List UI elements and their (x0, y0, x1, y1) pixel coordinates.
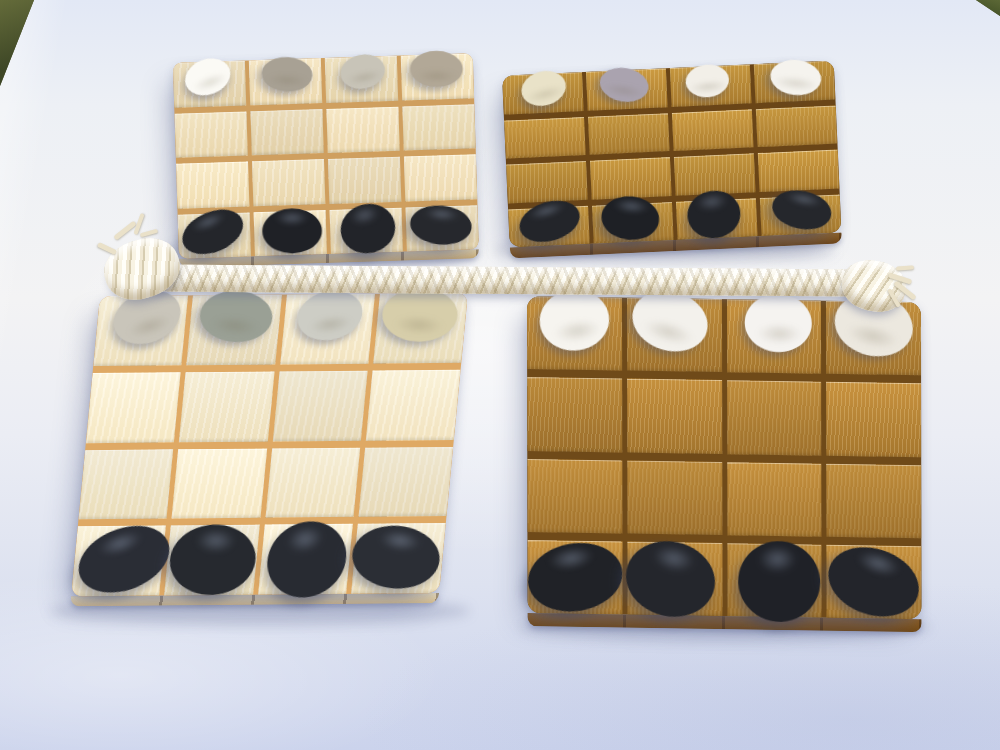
stone-sheen (527, 199, 567, 222)
stone-sheen (268, 73, 308, 88)
rope-fray (97, 242, 117, 255)
stone-sheen (845, 319, 902, 353)
stone-sheen (346, 68, 382, 87)
stone-sheen (785, 189, 823, 209)
stone-black[interactable]: ● (333, 502, 462, 600)
stone-white[interactable]: ● (811, 266, 941, 371)
grass-corner-right (970, 0, 1000, 18)
cell-r1c1[interactable] (179, 371, 274, 442)
stone-sheen (190, 209, 226, 235)
grass-corner-left (0, 0, 40, 86)
cell-r1c2[interactable] (727, 380, 822, 455)
stone-black[interactable]: ● (664, 172, 762, 247)
board-bottom-left: ●●●●●●●● (70, 293, 468, 606)
stone-sheen (855, 546, 903, 581)
stone-sheen (425, 206, 459, 222)
stone-sheen (195, 528, 237, 554)
stone-sheen (417, 69, 457, 82)
stone-sheen (548, 543, 596, 573)
stone-white[interactable]: ● (244, 46, 331, 96)
cell-r1c3[interactable] (756, 105, 838, 147)
cell-r1c0[interactable] (527, 377, 622, 452)
stone-white[interactable]: ● (179, 271, 296, 350)
cell-r1c1[interactable] (627, 379, 722, 454)
rope-fray (140, 229, 158, 238)
stone-white[interactable]: ● (361, 270, 480, 348)
stone-sheen (552, 316, 602, 345)
stone-black[interactable]: ● (606, 511, 738, 631)
cell-r1c1[interactable] (588, 113, 670, 155)
stone-sheen (126, 310, 173, 341)
stone-sheen (309, 312, 352, 336)
board-bottom-right: ●●●●●●●● (527, 296, 922, 632)
stone-black[interactable]: ● (394, 191, 489, 250)
cell-r1c0[interactable] (174, 111, 247, 158)
stone-sheen (276, 210, 308, 226)
stone-sheen (525, 83, 567, 105)
rope-fray (896, 265, 914, 271)
stone-sheen (689, 79, 728, 95)
cell-r1c3[interactable] (366, 370, 461, 441)
cell-r1c0[interactable] (504, 116, 586, 158)
rope-fray (113, 221, 137, 241)
stone-sheen (210, 313, 261, 338)
cell-r1c3[interactable] (826, 382, 921, 457)
cell-r1c0[interactable] (86, 372, 181, 443)
stone-sheen (773, 74, 819, 92)
stone-white[interactable]: ● (392, 42, 480, 90)
stone-sheen (348, 204, 380, 227)
stone-sheen (758, 545, 798, 574)
stone-sheen (651, 542, 697, 575)
stone-sheen (756, 323, 801, 345)
cell-r1c2[interactable] (272, 370, 367, 441)
stone-sheen (286, 523, 324, 555)
stone-sheen (613, 197, 649, 215)
cell-r1c2[interactable] (326, 106, 399, 153)
stone-white[interactable]: ● (664, 52, 751, 102)
rope-fray (133, 213, 144, 235)
cell-r1c2[interactable] (672, 109, 754, 151)
stone-sheen (192, 70, 230, 95)
cell-r1c1[interactable] (250, 109, 323, 156)
stone-sheen (393, 313, 445, 336)
stone-sheen (640, 314, 695, 349)
stone-sheen (602, 81, 647, 100)
stone-sheen (98, 527, 143, 561)
board-top-right: ●●●●●●●● (502, 61, 842, 259)
stone-sheen (695, 191, 729, 212)
stone-sheen (378, 527, 422, 554)
board-top-left: ●●●●●●●● (173, 53, 479, 267)
cell-r1c3[interactable] (402, 104, 475, 151)
